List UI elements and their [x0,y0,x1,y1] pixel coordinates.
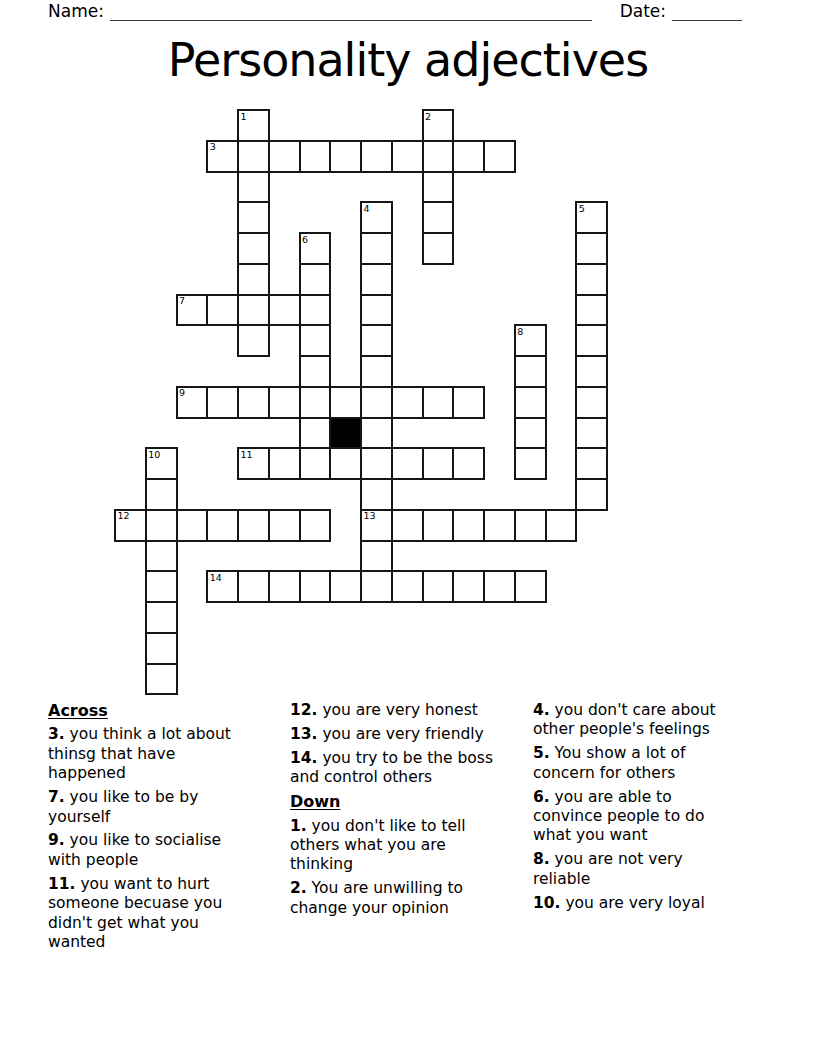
grid-cell[interactable] [483,509,516,542]
clue-number: 3. [48,725,65,743]
grid-cell[interactable]: 5 [575,201,608,234]
grid-cell[interactable] [422,232,455,265]
grid-cell[interactable] [329,140,362,173]
grid-cell[interactable] [422,509,455,542]
grid-cell[interactable] [360,355,393,388]
grid-cell[interactable] [237,232,270,265]
grid-cell[interactable] [299,509,332,542]
grid-cell[interactable] [329,570,362,603]
grid-cell[interactable]: 2 [422,109,455,142]
grid-cell[interactable] [360,417,393,450]
cell-number: 8 [517,327,523,337]
grid-cell[interactable] [145,540,178,573]
down-header: Down [290,792,502,811]
grid-cell[interactable] [237,201,270,234]
grid-cell[interactable] [514,417,547,450]
grid-cell[interactable] [360,232,393,265]
cell-number: 3 [210,142,216,152]
grid-cell[interactable]: 7 [176,294,209,327]
grid-cell[interactable] [514,447,547,480]
clue-number: 14. [290,749,317,767]
clues-column-3: 4. you don't care about other people's f… [533,701,738,918]
grid-cell[interactable] [329,447,362,480]
clue-across-7: 7. you like to be by yourself [48,788,248,827]
grid-cell[interactable] [237,263,270,296]
grid-cell[interactable] [360,140,393,173]
grid-cell[interactable] [360,294,393,327]
cell-number: 13 [364,511,376,521]
clue-down-2: 2. You are unwilling to change your opin… [290,879,502,918]
clues-column-1: Across3. you think a lot about thinsg th… [48,701,248,957]
grid-cell-black [329,417,362,450]
grid-cell[interactable] [422,201,455,234]
grid-cell[interactable] [145,601,178,634]
grid-cell[interactable] [422,171,455,204]
grid-cell[interactable] [268,570,301,603]
grid-cell[interactable] [514,509,547,542]
clue-number: 5. [533,744,550,762]
grid-cell[interactable] [299,324,332,357]
clue-down-6: 6. you are able to convince people to do… [533,788,738,846]
grid-cell[interactable]: 6 [299,232,332,265]
clues-column-2: 12. you are very honest13. you are very … [290,701,502,923]
grid-cell[interactable] [268,294,301,327]
cell-number: 10 [148,450,160,460]
clue-down-4: 4. you don't care about other people's f… [533,701,738,740]
grid-cell[interactable] [360,540,393,573]
grid-cell[interactable] [452,140,485,173]
clue-number: 12. [290,701,317,719]
grid-cell[interactable] [575,417,608,450]
cell-number: 9 [179,388,185,398]
grid-cell[interactable] [145,570,178,603]
clue-down-5: 5. You show a lot of concern for others [533,744,738,783]
grid-cell[interactable] [483,570,516,603]
grid-cell[interactable] [360,447,393,480]
grid-cell[interactable] [299,140,332,173]
grid-cell[interactable] [299,263,332,296]
grid-cell[interactable]: 9 [176,386,209,419]
grid-cell[interactable] [237,386,270,419]
clue-across-14: 14. you try to be the boss and control o… [290,749,502,788]
cell-number: 1 [241,112,247,122]
grid-cell[interactable] [237,294,270,327]
grid-cell[interactable] [391,447,424,480]
cell-number: 11 [241,450,253,460]
clue-across-13: 13. you are very friendly [290,725,502,744]
grid-cell[interactable] [206,294,239,327]
grid-cell[interactable] [206,386,239,419]
clue-number: 10. [533,894,560,912]
clue-number: 1. [290,817,307,835]
grid-cell[interactable] [360,386,393,419]
grid-cell[interactable]: 11 [237,447,270,480]
grid-cell[interactable] [299,417,332,450]
clue-across-11: 11. you want to hurt someone becuase you… [48,875,248,953]
worksheet-page: Name: Date: Personality adjectives 12345… [0,0,816,1056]
grid-cell[interactable] [268,509,301,542]
grid-cell[interactable] [575,294,608,327]
grid-cell[interactable] [268,386,301,419]
clue-across-3: 3. you think a lot about thinsg that hav… [48,725,248,783]
grid-cell[interactable] [237,324,270,357]
grid-cell[interactable]: 13 [360,509,393,542]
grid-cell[interactable]: 14 [206,570,239,603]
grid-cell[interactable] [329,386,362,419]
grid-cell[interactable] [237,509,270,542]
cell-number: 14 [210,573,222,583]
clue-number: 8. [533,850,550,868]
grid-cell[interactable] [575,355,608,388]
cell-number: 2 [425,112,431,122]
cell-number: 12 [118,511,130,521]
grid-cell[interactable] [514,386,547,419]
grid-cell[interactable]: 12 [114,509,147,542]
grid-cell[interactable] [391,140,424,173]
grid-cell[interactable] [575,478,608,511]
grid-cell[interactable] [452,509,485,542]
grid-cell[interactable] [237,140,270,173]
clue-number: 7. [48,788,65,806]
cell-number: 6 [302,235,308,245]
clue-number: 9. [48,831,65,849]
grid-cell[interactable] [299,355,332,388]
cell-number: 4 [364,204,370,214]
grid-cell[interactable] [391,509,424,542]
grid-cell[interactable] [145,663,178,696]
clue-across-9: 9. you like to socialise with people [48,831,248,870]
clue-number: 13. [290,725,317,743]
grid-cell[interactable]: 3 [206,140,239,173]
grid-cell[interactable] [237,171,270,204]
grid-cell[interactable]: 4 [360,201,393,234]
grid-cell[interactable] [268,140,301,173]
grid-cell[interactable] [452,386,485,419]
cell-number: 7 [179,296,185,306]
crossword-grid: 1234567891011121314 [114,109,610,697]
grid-cell[interactable] [145,509,178,542]
page-title: Personality adjectives [0,33,816,87]
clue-down-10: 10. you are very loyal [533,894,738,913]
grid-cell[interactable] [237,570,270,603]
grid-cell[interactable] [422,140,455,173]
grid-cell[interactable] [483,140,516,173]
grid-cell[interactable] [299,386,332,419]
name-label: Name: [48,2,110,21]
grid-cell[interactable] [452,570,485,603]
grid-cell[interactable] [422,447,455,480]
grid-cell[interactable] [360,478,393,511]
grid-cell[interactable] [391,386,424,419]
worksheet-header: Name: Date: [48,2,742,21]
grid-cell[interactable] [452,447,485,480]
clue-number: 11. [48,875,75,893]
grid-cell[interactable] [575,324,608,357]
grid-cell[interactable]: 1 [237,109,270,142]
grid-cell[interactable] [360,263,393,296]
date-line [672,3,742,21]
grid-cell[interactable] [514,355,547,388]
clue-down-8: 8. you are not very reliable [533,850,738,889]
grid-cell[interactable] [360,324,393,357]
grid-cell[interactable] [575,386,608,419]
grid-cell[interactable] [206,509,239,542]
grid-cell[interactable] [575,263,608,296]
grid-cell[interactable] [545,509,578,542]
grid-cell[interactable] [299,294,332,327]
clue-number: 4. [533,701,550,719]
clue-number: 2. [290,879,307,897]
grid-cell[interactable] [145,632,178,665]
grid-cell[interactable] [176,509,209,542]
grid-cell[interactable] [575,447,608,480]
grid-cell[interactable] [268,447,301,480]
cell-number: 5 [579,204,585,214]
grid-cell[interactable] [514,570,547,603]
clue-number: 6. [533,788,550,806]
grid-cell[interactable] [360,570,393,603]
clue-down-1: 1. you don't like to tell others what yo… [290,817,502,875]
across-header: Across [48,701,248,720]
name-line [110,3,592,21]
date-label: Date: [620,2,672,21]
grid-cell[interactable] [575,232,608,265]
grid-cell[interactable] [145,478,178,511]
clue-across-12: 12. you are very honest [290,701,502,720]
grid-cell[interactable] [422,570,455,603]
grid-cell[interactable] [391,570,424,603]
grid-cell[interactable] [299,447,332,480]
grid-cell[interactable]: 10 [145,447,178,480]
grid-cell[interactable] [422,386,455,419]
grid-cell[interactable]: 8 [514,324,547,357]
grid-cell[interactable] [299,570,332,603]
